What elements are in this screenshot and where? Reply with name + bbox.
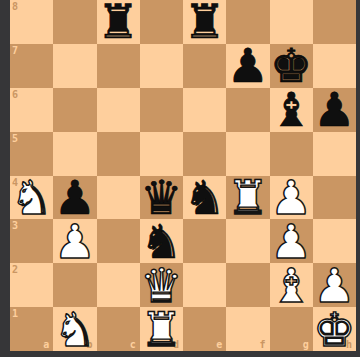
square-b6[interactable] bbox=[53, 88, 96, 132]
square-c4[interactable] bbox=[97, 176, 140, 220]
square-d4[interactable]: ♛ bbox=[140, 176, 183, 220]
piece-white-pawn[interactable]: ♟ bbox=[270, 176, 312, 219]
rank-label-6: 6 bbox=[12, 90, 18, 100]
chess-board-frame: 8♜♜7♟♚6♝♟54♞♟♛♞♜♟3♟♞♟2♛♝♟1ab♞cd♜efgh♚ bbox=[0, 0, 360, 357]
piece-black-pawn[interactable]: ♟ bbox=[313, 88, 355, 131]
square-e1[interactable]: e bbox=[183, 307, 226, 351]
square-d2[interactable]: ♛ bbox=[140, 263, 183, 307]
square-e3[interactable] bbox=[183, 219, 226, 263]
rank-label-1: 1 bbox=[12, 309, 18, 319]
square-a1[interactable]: 1a bbox=[10, 307, 53, 351]
rank-label-7: 7 bbox=[12, 46, 18, 56]
square-d3[interactable]: ♞ bbox=[140, 219, 183, 263]
square-h1[interactable]: h♚ bbox=[313, 307, 356, 351]
square-b5[interactable] bbox=[53, 132, 96, 176]
file-label-g: g bbox=[303, 340, 309, 350]
piece-white-pawn[interactable]: ♟ bbox=[270, 220, 312, 263]
square-a8[interactable]: 8 bbox=[10, 0, 53, 44]
square-f5[interactable] bbox=[226, 132, 269, 176]
rank-label-8: 8 bbox=[12, 2, 18, 12]
piece-white-knight[interactable]: ♞ bbox=[11, 176, 53, 219]
square-e5[interactable] bbox=[183, 132, 226, 176]
piece-black-knight[interactable]: ♞ bbox=[184, 176, 226, 219]
square-g8[interactable] bbox=[270, 0, 313, 44]
piece-white-knight[interactable]: ♞ bbox=[54, 308, 96, 351]
square-g3[interactable]: ♟ bbox=[270, 219, 313, 263]
square-f2[interactable] bbox=[226, 263, 269, 307]
piece-black-rook[interactable]: ♜ bbox=[97, 0, 139, 43]
file-label-e: e bbox=[216, 340, 222, 350]
square-g5[interactable] bbox=[270, 132, 313, 176]
piece-black-pawn[interactable]: ♟ bbox=[227, 44, 269, 87]
square-f4[interactable]: ♜ bbox=[226, 176, 269, 220]
square-d7[interactable] bbox=[140, 44, 183, 88]
square-a5[interactable]: 5 bbox=[10, 132, 53, 176]
square-d5[interactable] bbox=[140, 132, 183, 176]
square-d8[interactable] bbox=[140, 0, 183, 44]
square-b4[interactable]: ♟ bbox=[53, 176, 96, 220]
piece-black-king[interactable]: ♚ bbox=[270, 44, 312, 87]
square-f1[interactable]: f bbox=[226, 307, 269, 351]
square-h2[interactable]: ♟ bbox=[313, 263, 356, 307]
square-f7[interactable]: ♟ bbox=[226, 44, 269, 88]
square-b7[interactable] bbox=[53, 44, 96, 88]
piece-black-pawn[interactable]: ♟ bbox=[54, 176, 96, 219]
square-h6[interactable]: ♟ bbox=[313, 88, 356, 132]
piece-white-pawn[interactable]: ♟ bbox=[313, 264, 355, 307]
square-g7[interactable]: ♚ bbox=[270, 44, 313, 88]
square-h4[interactable] bbox=[313, 176, 356, 220]
square-c6[interactable] bbox=[97, 88, 140, 132]
square-e4[interactable]: ♞ bbox=[183, 176, 226, 220]
square-g1[interactable]: g bbox=[270, 307, 313, 351]
square-d1[interactable]: d♜ bbox=[140, 307, 183, 351]
square-h8[interactable] bbox=[313, 0, 356, 44]
square-h5[interactable] bbox=[313, 132, 356, 176]
square-c1[interactable]: c bbox=[97, 307, 140, 351]
square-f8[interactable] bbox=[226, 0, 269, 44]
square-c3[interactable] bbox=[97, 219, 140, 263]
square-c8[interactable]: ♜ bbox=[97, 0, 140, 44]
chess-board: 8♜♜7♟♚6♝♟54♞♟♛♞♜♟3♟♞♟2♛♝♟1ab♞cd♜efgh♚ bbox=[10, 0, 356, 351]
square-g4[interactable]: ♟ bbox=[270, 176, 313, 220]
square-h3[interactable] bbox=[313, 219, 356, 263]
piece-black-bishop[interactable]: ♝ bbox=[270, 88, 312, 131]
piece-white-rook[interactable]: ♜ bbox=[227, 176, 269, 219]
square-d6[interactable] bbox=[140, 88, 183, 132]
rank-label-2: 2 bbox=[12, 265, 18, 275]
piece-black-queen[interactable]: ♛ bbox=[140, 176, 182, 219]
square-e6[interactable] bbox=[183, 88, 226, 132]
piece-black-rook[interactable]: ♜ bbox=[184, 0, 226, 43]
square-c7[interactable] bbox=[97, 44, 140, 88]
square-b8[interactable] bbox=[53, 0, 96, 44]
square-e2[interactable] bbox=[183, 263, 226, 307]
file-label-f: f bbox=[259, 340, 265, 350]
square-b3[interactable]: ♟ bbox=[53, 219, 96, 263]
file-label-c: c bbox=[130, 340, 136, 350]
square-c5[interactable] bbox=[97, 132, 140, 176]
square-f6[interactable] bbox=[226, 88, 269, 132]
square-c2[interactable] bbox=[97, 263, 140, 307]
square-a4[interactable]: 4♞ bbox=[10, 176, 53, 220]
square-b2[interactable] bbox=[53, 263, 96, 307]
rank-label-5: 5 bbox=[12, 134, 18, 144]
piece-white-rook[interactable]: ♜ bbox=[140, 308, 182, 351]
square-e8[interactable]: ♜ bbox=[183, 0, 226, 44]
file-label-a: a bbox=[43, 340, 49, 350]
piece-white-bishop[interactable]: ♝ bbox=[270, 264, 312, 307]
square-e7[interactable] bbox=[183, 44, 226, 88]
piece-white-king[interactable]: ♚ bbox=[313, 308, 355, 351]
square-b1[interactable]: b♞ bbox=[53, 307, 96, 351]
piece-black-knight[interactable]: ♞ bbox=[140, 220, 182, 263]
piece-white-queen[interactable]: ♛ bbox=[140, 264, 182, 307]
square-f3[interactable] bbox=[226, 219, 269, 263]
square-g2[interactable]: ♝ bbox=[270, 263, 313, 307]
square-h7[interactable] bbox=[313, 44, 356, 88]
piece-white-pawn[interactable]: ♟ bbox=[54, 220, 96, 263]
square-a6[interactable]: 6 bbox=[10, 88, 53, 132]
square-a3[interactable]: 3 bbox=[10, 219, 53, 263]
square-g6[interactable]: ♝ bbox=[270, 88, 313, 132]
square-a2[interactable]: 2 bbox=[10, 263, 53, 307]
square-a7[interactable]: 7 bbox=[10, 44, 53, 88]
